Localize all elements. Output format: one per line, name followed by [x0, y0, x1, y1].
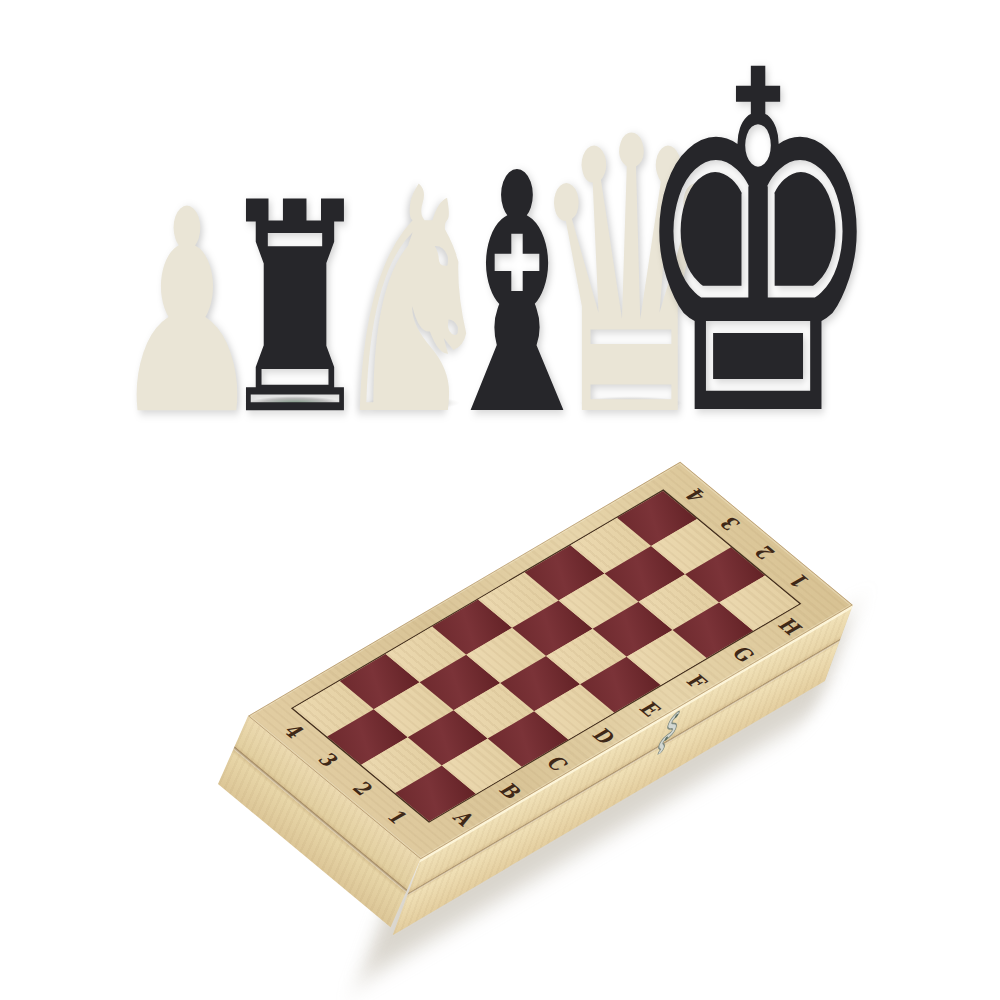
- folded-chess-board-box: 4321 4321 ABCDEFGH: [0, 0, 1000, 1000]
- coordinate-label: C: [540, 753, 573, 775]
- chess-set-product-photo: ♟ ♜ ♞ ♝ ♛ ♚ 4321 4321 ABCDEFGH: [0, 0, 1000, 1000]
- coordinate-label: 2: [749, 542, 781, 563]
- coordinate-label: 4: [277, 721, 309, 742]
- coordinate-label: 2: [346, 778, 378, 799]
- coordinate-label: A: [447, 808, 480, 830]
- coordinate-label: D: [586, 725, 620, 748]
- coordinate-label: B: [493, 780, 527, 803]
- coordinate-label: H: [772, 615, 807, 639]
- coordinate-label: E: [634, 698, 666, 720]
- coordinate-label: 3: [714, 513, 746, 534]
- coordinate-label: 1: [381, 807, 413, 828]
- coordinate-label: G: [726, 643, 760, 666]
- coordinate-label: 1: [783, 570, 815, 591]
- coordinate-label: 3: [312, 750, 344, 771]
- coordinate-label: 4: [680, 484, 712, 505]
- coordinate-label: F: [680, 671, 712, 692]
